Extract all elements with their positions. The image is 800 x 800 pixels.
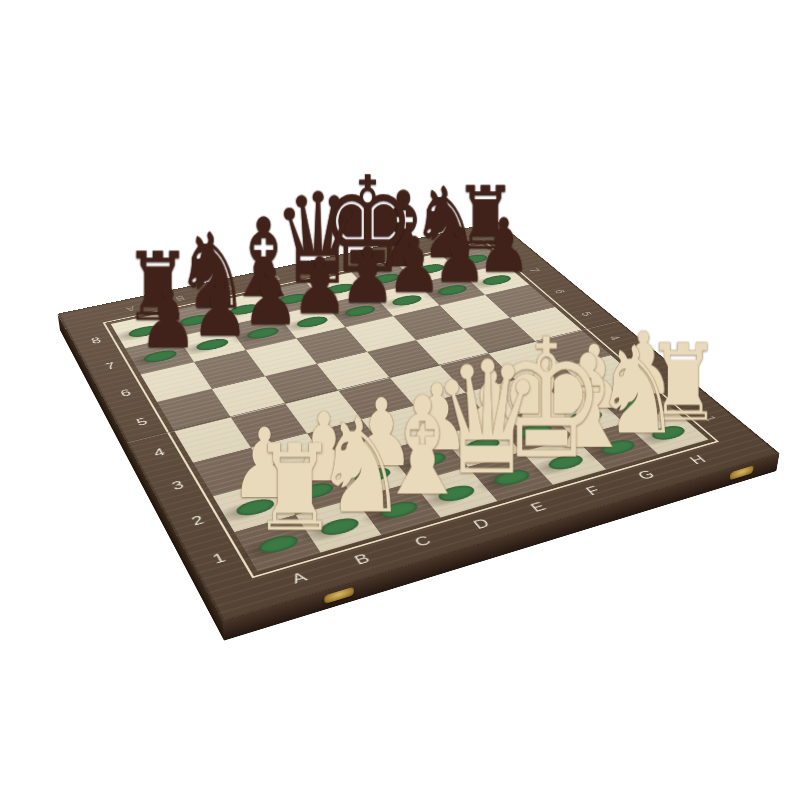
photo-canvas: chess 87654321 87654321 ABCDEFGH ABCDEFG…	[0, 0, 800, 800]
white-rook-glyph: ♜	[252, 429, 305, 548]
chess-scene: 87654321 87654321 ABCDEFGH ABCDEFGH ♜♞♝♛…	[0, 0, 800, 800]
brass-latch-left	[325, 587, 355, 604]
brass-latch-right	[729, 465, 754, 480]
chess-board: 87654321 87654321 ABCDEFGH ABCDEFGH ♜♞♝♛…	[58, 221, 780, 621]
black-pawn-glyph: ♟	[139, 278, 183, 360]
black-pawn-glyph: ♟	[191, 267, 234, 348]
